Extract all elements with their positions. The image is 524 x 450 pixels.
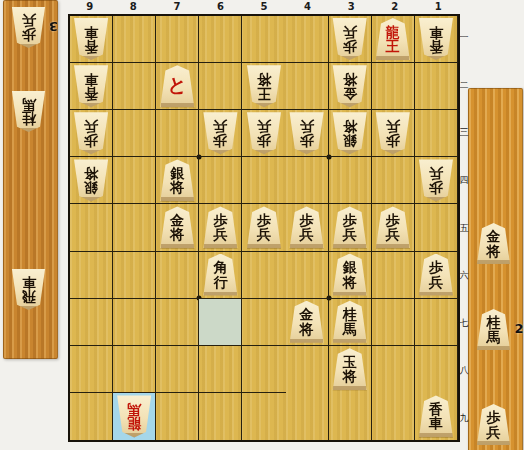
piece-kanji: 歩兵: [343, 25, 357, 54]
square-4h[interactable]: [286, 346, 329, 393]
piece-kanji: 桂馬: [487, 315, 501, 344]
piece-gote-pawn[interactable]: 歩兵: [202, 112, 239, 154]
piece-sente-bishop[interactable]: 角行: [202, 254, 239, 296]
square-5f[interactable]: [242, 252, 285, 299]
square-2f[interactable]: [372, 252, 415, 299]
piece-kanji: 歩兵: [487, 410, 501, 439]
piece-gote-pawn[interactable]: 歩兵: [417, 159, 454, 201]
square-4b[interactable]: [286, 63, 329, 110]
piece-gote-king[interactable]: 王将: [245, 65, 282, 107]
piece-kanji: 歩兵: [22, 13, 36, 42]
piece-sente-gold[interactable]: 金将: [159, 206, 196, 248]
piece-sente-knight[interactable]: 桂馬: [331, 301, 368, 343]
square-2d[interactable]: [372, 157, 415, 204]
square-6a[interactable]: [199, 16, 242, 63]
piece-kanji: 銀将: [343, 260, 357, 289]
square-5a[interactable]: [242, 16, 285, 63]
square-3g[interactable]: 桂馬: [329, 299, 372, 346]
piece-kanji: 歩兵: [84, 119, 98, 148]
square-3d[interactable]: [329, 157, 372, 204]
board-grid: 香車歩兵龍王香車香車と王将金将歩兵歩兵歩兵歩兵銀将歩兵銀将銀将歩兵金将歩兵歩兵歩…: [68, 14, 460, 442]
square-5g[interactable]: [242, 299, 285, 346]
piece-gote-gold[interactable]: 金将: [331, 65, 368, 107]
square-9i[interactable]: [70, 393, 113, 440]
square-4i[interactable]: [286, 393, 329, 440]
square-7g[interactable]: [156, 299, 199, 346]
square-8a[interactable]: [113, 16, 156, 63]
piece-kanji: 桂馬: [22, 97, 36, 126]
square-6f[interactable]: 角行: [199, 252, 242, 299]
square-7d[interactable]: 銀将: [156, 157, 199, 204]
piece-kanji: 歩兵: [300, 213, 314, 242]
square-6d[interactable]: [199, 157, 242, 204]
rank-label-7: 七: [459, 299, 469, 347]
hand-sente-gold[interactable]: 金将: [476, 223, 516, 267]
piece-kanji: 銀将: [170, 166, 184, 195]
piece-kanji: 桂馬: [343, 307, 357, 336]
piece-kanji: 歩兵: [257, 213, 271, 242]
piece-kanji: と: [168, 76, 187, 95]
square-9f[interactable]: [70, 252, 113, 299]
piece-sente-pawn[interactable]: 歩兵: [245, 206, 282, 248]
square-5d[interactable]: [242, 157, 285, 204]
piece-gote-rook[interactable]: 飛車: [11, 269, 47, 310]
piece-kanji: 歩兵: [386, 119, 400, 148]
rank-label-4: 四: [459, 157, 469, 205]
piece-gote-lance[interactable]: 香車: [417, 18, 454, 60]
hand-gote-knight[interactable]: 桂馬: [11, 91, 51, 135]
piece-kanji: 銀将: [343, 119, 357, 148]
piece-gote-pawn[interactable]: 歩兵: [374, 112, 411, 154]
square-9a[interactable]: 香車: [70, 16, 113, 63]
shogi-app: 歩兵3桂馬飛車 金将桂馬2歩兵 987654321 一二三四五六七八九 香車歩兵…: [0, 0, 524, 450]
square-2c[interactable]: 歩兵: [372, 110, 415, 157]
square-1h[interactable]: [415, 346, 458, 393]
piece-gote-pawn[interactable]: 歩兵: [331, 18, 368, 60]
square-7b[interactable]: と: [156, 63, 199, 110]
piece-kanji: 香車: [84, 25, 98, 54]
piece-kanji: 歩兵: [257, 119, 271, 148]
square-3c[interactable]: 銀将: [329, 110, 372, 157]
square-8f[interactable]: [113, 252, 156, 299]
square-1a[interactable]: 香車: [415, 16, 458, 63]
piece-sente-pawn[interactable]: 歩兵: [476, 404, 512, 445]
rank-label-8: 八: [459, 347, 469, 395]
piece-sente-knight[interactable]: 桂馬: [476, 309, 512, 350]
rank-label-5: 五: [459, 204, 469, 252]
piece-gote-pawn[interactable]: 歩兵: [245, 112, 282, 154]
piece-sente-gold[interactable]: 金将: [476, 223, 512, 264]
file-label-5: 5: [242, 0, 286, 13]
square-3h[interactable]: 玉将: [329, 346, 372, 393]
rank-label-1: 一: [459, 14, 469, 62]
piece-sente-pawn[interactable]: 歩兵: [374, 206, 411, 248]
square-1g[interactable]: [415, 299, 458, 346]
piece-gote-silver[interactable]: 銀将: [331, 112, 368, 154]
piece-kanji: 歩兵: [300, 119, 314, 148]
square-4a[interactable]: [286, 16, 329, 63]
file-label-7: 7: [155, 0, 199, 13]
piece-kanji: 香車: [429, 25, 443, 54]
square-1b[interactable]: [415, 63, 458, 110]
rank-label-6: 六: [459, 252, 469, 300]
piece-kanji: 金将: [170, 213, 184, 242]
square-7e[interactable]: 金将: [156, 204, 199, 251]
piece-gote-horse[interactable]: 龍馬: [116, 395, 153, 437]
square-9g[interactable]: [70, 299, 113, 346]
piece-kanji: 金将: [343, 72, 357, 101]
square-7a[interactable]: [156, 16, 199, 63]
square-2e[interactable]: 歩兵: [372, 204, 415, 251]
square-9b[interactable]: 香車: [70, 63, 113, 110]
square-8d[interactable]: [113, 157, 156, 204]
square-4f[interactable]: [286, 252, 329, 299]
piece-kanji: 王将: [257, 72, 271, 101]
file-label-6: 6: [199, 0, 243, 13]
square-4c[interactable]: 歩兵: [286, 110, 329, 157]
piece-kanji: 金将: [300, 307, 314, 336]
hand-gote-rook[interactable]: 飛車: [11, 269, 51, 313]
square-5c[interactable]: 歩兵: [242, 110, 285, 157]
piece-kanji: 歩兵: [429, 166, 443, 195]
piece-gote-pawn[interactable]: 歩兵: [288, 112, 325, 154]
piece-sente-king[interactable]: 玉将: [331, 348, 368, 390]
file-label-1: 1: [417, 0, 461, 13]
square-6i[interactable]: [199, 393, 242, 440]
square-2a[interactable]: 龍王: [372, 16, 415, 63]
square-1f[interactable]: 歩兵: [415, 252, 458, 299]
rank-label-3: 三: [459, 109, 469, 157]
piece-sente-silver[interactable]: 銀将: [331, 254, 368, 296]
piece-kanji: 龍王: [386, 25, 400, 54]
square-7f[interactable]: [156, 252, 199, 299]
piece-kanji: 角行: [213, 260, 227, 289]
square-3a[interactable]: 歩兵: [329, 16, 372, 63]
file-label-2: 2: [373, 0, 417, 13]
hand-sente-knight[interactable]: 桂馬2: [476, 309, 516, 353]
square-5b[interactable]: 王将: [242, 63, 285, 110]
piece-kanji: 歩兵: [386, 213, 400, 242]
gote-hand-stand: 歩兵3桂馬飛車: [3, 0, 58, 359]
file-label-4: 4: [286, 0, 330, 13]
sente-hand-stand: 金将桂馬2歩兵: [468, 88, 523, 450]
piece-gote-lance[interactable]: 香車: [73, 18, 110, 60]
square-9e[interactable]: [70, 204, 113, 251]
piece-kanji: 香車: [429, 402, 443, 431]
square-8h[interactable]: [113, 346, 156, 393]
square-1i[interactable]: 香車: [415, 393, 458, 440]
square-4e[interactable]: 歩兵: [286, 204, 329, 251]
hand-sente-pawn[interactable]: 歩兵: [476, 404, 516, 448]
square-4d[interactable]: [286, 157, 329, 204]
piece-gote-pawn[interactable]: 歩兵: [73, 112, 110, 154]
piece-sente-pawn[interactable]: 歩兵: [288, 206, 325, 248]
file-label-8: 8: [112, 0, 156, 13]
piece-sente-gold[interactable]: 金将: [288, 301, 325, 343]
square-7i[interactable]: [156, 393, 199, 440]
piece-sente-pawn[interactable]: 歩兵: [331, 206, 368, 248]
piece-kanji: 歩兵: [213, 119, 227, 148]
rank-labels: 一二三四五六七八九: [459, 14, 469, 442]
square-9h[interactable]: [70, 346, 113, 393]
square-6e[interactable]: 歩兵: [199, 204, 242, 251]
piece-kanji: 香車: [84, 72, 98, 101]
square-3b[interactable]: 金将: [329, 63, 372, 110]
square-6g[interactable]: [199, 299, 242, 346]
square-3i[interactable]: [329, 393, 372, 440]
piece-sente-lance[interactable]: 香車: [417, 395, 454, 437]
square-1d[interactable]: 歩兵: [415, 157, 458, 204]
square-9c[interactable]: 歩兵: [70, 110, 113, 157]
piece-gote-lance[interactable]: 香車: [73, 65, 110, 107]
square-8b[interactable]: [113, 63, 156, 110]
file-label-9: 9: [68, 0, 112, 13]
hand-count: 3: [49, 19, 58, 34]
square-8c[interactable]: [113, 110, 156, 157]
square-5e[interactable]: 歩兵: [242, 204, 285, 251]
square-4g[interactable]: 金将: [286, 299, 329, 346]
rank-label-9: 九: [459, 395, 469, 443]
piece-sente-dragon[interactable]: 龍王: [374, 18, 411, 60]
piece-sente-tokin[interactable]: と: [159, 65, 196, 107]
square-2i[interactable]: [372, 393, 415, 440]
rank-label-2: 二: [459, 62, 469, 110]
hand-count: 2: [514, 321, 523, 336]
piece-kanji: 銀将: [84, 166, 98, 195]
square-6b[interactable]: [199, 63, 242, 110]
square-1e[interactable]: [415, 204, 458, 251]
piece-gote-knight[interactable]: 桂馬: [11, 91, 47, 132]
piece-kanji: 歩兵: [343, 213, 357, 242]
square-2g[interactable]: [372, 299, 415, 346]
piece-kanji: 歩兵: [429, 260, 443, 289]
square-7h[interactable]: [156, 346, 199, 393]
square-1c[interactable]: [415, 110, 458, 157]
square-9d[interactable]: 銀将: [70, 157, 113, 204]
piece-kanji: 歩兵: [213, 213, 227, 242]
piece-kanji: 龍馬: [127, 402, 141, 431]
square-7c[interactable]: [156, 110, 199, 157]
square-2h[interactable]: [372, 346, 415, 393]
hand-gote-pawn[interactable]: 歩兵3: [11, 7, 51, 51]
square-2b[interactable]: [372, 63, 415, 110]
piece-gote-pawn[interactable]: 歩兵: [11, 7, 47, 48]
piece-kanji: 玉将: [343, 355, 357, 384]
piece-sente-pawn[interactable]: 歩兵: [417, 254, 454, 296]
square-8i[interactable]: 龍馬: [113, 393, 156, 440]
square-8e[interactable]: [113, 204, 156, 251]
square-3e[interactable]: 歩兵: [329, 204, 372, 251]
square-8g[interactable]: [113, 299, 156, 346]
piece-sente-silver[interactable]: 銀将: [159, 159, 196, 201]
file-label-3: 3: [329, 0, 373, 13]
piece-sente-pawn[interactable]: 歩兵: [202, 206, 239, 248]
file-labels: 987654321: [68, 0, 460, 13]
square-5h[interactable]: [242, 346, 285, 393]
square-5i[interactable]: [242, 393, 285, 440]
square-3f[interactable]: 銀将: [329, 252, 372, 299]
piece-kanji: 飛車: [22, 275, 36, 304]
square-6h[interactable]: [199, 346, 242, 393]
piece-gote-silver[interactable]: 銀将: [73, 159, 110, 201]
square-6c[interactable]: 歩兵: [199, 110, 242, 157]
piece-kanji: 金将: [487, 229, 501, 258]
